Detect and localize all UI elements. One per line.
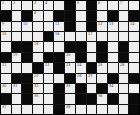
clue-number: 1 (2, 1, 4, 4)
black-cell-r6c10 (97, 53, 107, 62)
cell-r1c11[interactable] (108, 1, 118, 10)
cell-r1c12[interactable]: 7 (119, 1, 129, 10)
clue-number: 33 (66, 84, 70, 87)
cell-r5c1[interactable] (1, 42, 11, 51)
cell-r9c5[interactable] (44, 84, 54, 93)
cell-r7c3[interactable] (22, 63, 32, 72)
clue-number: 34 (109, 84, 113, 87)
cell-r4c4[interactable] (33, 32, 43, 41)
cell-r11c5[interactable] (44, 105, 54, 114)
cell-r10c2[interactable] (12, 94, 22, 103)
black-cell-r5c2 (12, 42, 22, 51)
cell-r9c13[interactable] (129, 84, 139, 93)
clue-number: 16 (55, 32, 59, 35)
cell-r5c13[interactable] (129, 42, 139, 51)
black-cell-r9c6 (54, 84, 64, 93)
black-cell-r6c12 (119, 53, 129, 62)
black-cell-r5c12 (119, 42, 129, 51)
cell-r2c8[interactable] (76, 11, 86, 20)
clue-number: 28 (77, 74, 81, 77)
black-cell-r3c7 (65, 22, 75, 31)
clue-number: 15 (2, 32, 6, 35)
cell-r9c9[interactable] (87, 84, 97, 93)
cell-r2c10[interactable] (97, 11, 107, 20)
cell-r7c5[interactable]: 22 (44, 63, 54, 72)
cell-r1c1[interactable]: 1 (1, 1, 11, 10)
black-cell-r7c6 (54, 63, 64, 72)
clue-number: 23 (66, 63, 70, 66)
cell-r9c4[interactable]: 32 (33, 84, 43, 93)
black-cell-r9c8 (76, 84, 86, 93)
black-cell-r6c8 (76, 53, 86, 62)
cell-r8c4[interactable]: 27 (33, 74, 43, 83)
cell-r8c5[interactable] (44, 74, 54, 83)
cell-r5c11[interactable] (108, 42, 118, 51)
cell-r7c12[interactable]: 26 (119, 63, 129, 72)
cell-r10c12[interactable] (119, 94, 129, 103)
cell-r11c10[interactable] (97, 105, 107, 114)
cell-r9c7[interactable]: 33 (65, 84, 75, 93)
clue-number: 35 (34, 94, 38, 97)
black-cell-r8c2 (12, 74, 22, 83)
black-cell-r5c7 (65, 42, 75, 51)
black-cell-r8c13 (129, 74, 139, 83)
cell-r9c12[interactable] (119, 84, 129, 93)
cell-r1c2[interactable]: 2 (12, 1, 22, 10)
cell-r2c2[interactable] (12, 11, 22, 20)
cell-r11c7[interactable]: 38 (65, 105, 75, 114)
black-cell-r7c4 (33, 63, 43, 72)
black-cell-r11c13 (129, 105, 139, 114)
cell-r10c7[interactable] (65, 94, 75, 103)
black-cell-r10c11 (108, 94, 118, 103)
cell-r2c12[interactable] (119, 11, 129, 20)
black-cell-r5c3 (22, 42, 32, 51)
cell-r4c10[interactable] (97, 32, 107, 41)
clue-number: 5 (77, 1, 79, 4)
clue-number: 7 (120, 1, 122, 4)
cell-r8c9[interactable]: 29 (87, 74, 97, 83)
black-cell-r10c1 (1, 94, 11, 103)
cell-r11c2[interactable] (12, 105, 22, 114)
black-cell-r2c3 (22, 11, 32, 20)
black-cell-r4c5 (44, 32, 54, 41)
black-cell-r2c1 (1, 11, 11, 20)
cell-r9c2[interactable]: 31 (12, 84, 22, 93)
cell-r6c11[interactable] (108, 53, 118, 62)
black-cell-r10c8 (76, 94, 86, 103)
cell-r7c13[interactable] (129, 63, 139, 72)
cell-r3c4[interactable] (33, 22, 43, 31)
black-cell-r7c9 (87, 63, 97, 72)
cell-r7c1[interactable]: 21 (1, 63, 11, 72)
black-cell-r6c6 (54, 53, 64, 62)
black-cell-r9c3 (22, 84, 32, 93)
cell-r4c11[interactable] (108, 32, 118, 41)
cell-r1c10[interactable]: 6 (97, 1, 107, 10)
cell-r10c10[interactable]: 36 (97, 94, 107, 103)
cell-r10c5[interactable] (44, 94, 54, 103)
cell-r6c4[interactable] (33, 53, 43, 62)
cell-r11c9[interactable] (87, 105, 97, 114)
cell-r8c6[interactable] (54, 74, 64, 83)
cell-r8c1[interactable] (1, 74, 11, 83)
black-cell-r10c3 (22, 94, 32, 103)
black-cell-r8c3 (22, 74, 32, 83)
cell-r3c2[interactable] (12, 22, 22, 31)
clue-number: 9 (2, 22, 4, 25)
clue-number: 25 (98, 63, 102, 66)
clue-number: 20 (66, 53, 70, 56)
cell-r1c4[interactable]: 3 (33, 1, 43, 10)
black-cell-r10c6 (54, 94, 64, 103)
cell-r3c13[interactable]: 14 (129, 22, 139, 31)
cell-r11c11[interactable] (108, 105, 118, 114)
clue-number: 4 (45, 1, 47, 4)
cell-r11c4[interactable] (33, 105, 43, 114)
cell-r4c7[interactable] (65, 32, 75, 41)
cell-r1c6[interactable] (54, 1, 64, 10)
cell-r8c8[interactable]: 28 (76, 74, 86, 83)
black-cell-r3c9 (87, 22, 97, 31)
cell-r11c8[interactable] (76, 105, 86, 114)
cell-r10c4[interactable]: 35 (33, 94, 43, 103)
cell-r11c1[interactable]: 37 (1, 105, 11, 114)
clue-number: 30 (2, 84, 6, 87)
cell-r8c12[interactable] (119, 74, 129, 83)
black-cell-r5c8 (76, 42, 86, 51)
cell-r6c7[interactable]: 20 (65, 53, 75, 62)
black-cell-r1c7 (65, 1, 75, 10)
cell-r3c6[interactable]: 11 (54, 22, 64, 31)
cell-r11c3[interactable] (22, 105, 32, 114)
cell-r1c13[interactable] (129, 1, 139, 10)
clue-number: 29 (88, 74, 92, 77)
clue-number: 8 (34, 11, 36, 14)
cell-r4c9[interactable]: 17 (87, 32, 97, 41)
black-cell-r2c9 (87, 11, 97, 20)
black-cell-r1c9 (87, 1, 97, 10)
clue-number: 37 (2, 105, 6, 108)
black-cell-r6c5 (44, 53, 54, 62)
black-cell-r9c10 (97, 84, 107, 93)
black-cell-r6c3 (22, 53, 32, 62)
cell-r11c12[interactable] (119, 105, 129, 114)
clue-number: 12 (98, 22, 102, 25)
clue-number: 38 (66, 105, 70, 108)
cell-r1c3[interactable] (22, 1, 32, 10)
clue-number: 24 (77, 63, 81, 66)
cell-r5c9[interactable] (87, 42, 97, 51)
clue-number: 32 (34, 84, 38, 87)
clue-number: 11 (55, 22, 59, 25)
black-cell-r8c11 (108, 74, 118, 83)
cell-r9c11[interactable]: 34 (108, 84, 118, 93)
cell-r3c8[interactable] (76, 22, 86, 31)
cell-r5c4[interactable]: 18 (33, 42, 43, 51)
cell-r6c13[interactable] (129, 53, 139, 62)
cell-r6c9[interactable] (87, 53, 97, 62)
cell-r4c8[interactable] (76, 32, 86, 41)
cell-r4c6[interactable]: 16 (54, 32, 64, 41)
black-cell-r5c10 (97, 42, 107, 51)
cell-r3c3[interactable]: 10 (22, 22, 32, 31)
cell-r3c1[interactable]: 9 (1, 22, 11, 31)
clue-number: 26 (120, 63, 124, 66)
cell-r4c3[interactable] (22, 32, 32, 41)
clue-number: 22 (45, 63, 49, 66)
cell-r5c6[interactable] (54, 42, 64, 51)
cell-r3c5[interactable] (44, 22, 54, 31)
clue-number: 10 (23, 22, 27, 25)
cell-r5c5[interactable] (44, 42, 54, 51)
cell-r7c10[interactable]: 25 (97, 63, 107, 72)
clue-number: 2 (13, 1, 15, 4)
clue-number: 27 (34, 74, 38, 77)
clue-number: 36 (98, 94, 102, 97)
clue-number: 13 (109, 22, 113, 25)
cell-r3c10[interactable]: 12 (97, 22, 107, 31)
clue-number: 6 (98, 1, 100, 4)
cell-r3c12[interactable] (119, 22, 129, 31)
cell-r8c10[interactable] (97, 74, 107, 83)
cell-r2c4[interactable]: 8 (33, 11, 43, 20)
cell-r4c1[interactable]: 15 (1, 32, 11, 41)
cell-r2c5[interactable] (44, 11, 54, 20)
clue-number: 31 (13, 84, 17, 87)
cell-r3c11[interactable]: 13 (108, 22, 118, 31)
black-cell-r6c1 (1, 53, 11, 62)
black-cell-r8c7 (65, 74, 75, 83)
cell-r1c8[interactable]: 5 (76, 1, 86, 10)
clue-number: 21 (2, 63, 6, 66)
cell-r7c2[interactable] (12, 63, 22, 72)
cell-r9c1[interactable]: 30 (1, 84, 11, 93)
cell-r7c8[interactable]: 24 (76, 63, 86, 72)
clue-number: 19 (13, 53, 17, 56)
black-cell-r2c11 (108, 11, 118, 20)
black-cell-r2c6 (54, 11, 64, 20)
black-cell-r10c9 (87, 94, 97, 103)
cell-r4c2[interactable] (12, 32, 22, 41)
cell-r4c12[interactable] (119, 32, 129, 41)
black-cell-r2c7 (65, 11, 75, 20)
black-cell-r2c13 (129, 11, 139, 20)
cell-r7c7[interactable]: 23 (65, 63, 75, 72)
black-cell-r10c13 (129, 94, 139, 103)
clue-number: 17 (88, 32, 92, 35)
clue-number: 18 (34, 42, 38, 45)
cell-r4c13[interactable] (129, 32, 139, 41)
cell-r6c2[interactable]: 19 (12, 53, 22, 62)
black-cell-r11c6 (54, 105, 64, 114)
clue-number: 14 (130, 22, 134, 25)
crossword-grid: 1234567891011121314151617181920212223242… (0, 0, 140, 115)
clue-number: 3 (34, 1, 36, 4)
cell-r7c11[interactable] (108, 63, 118, 72)
cell-r1c5[interactable]: 4 (44, 1, 54, 10)
